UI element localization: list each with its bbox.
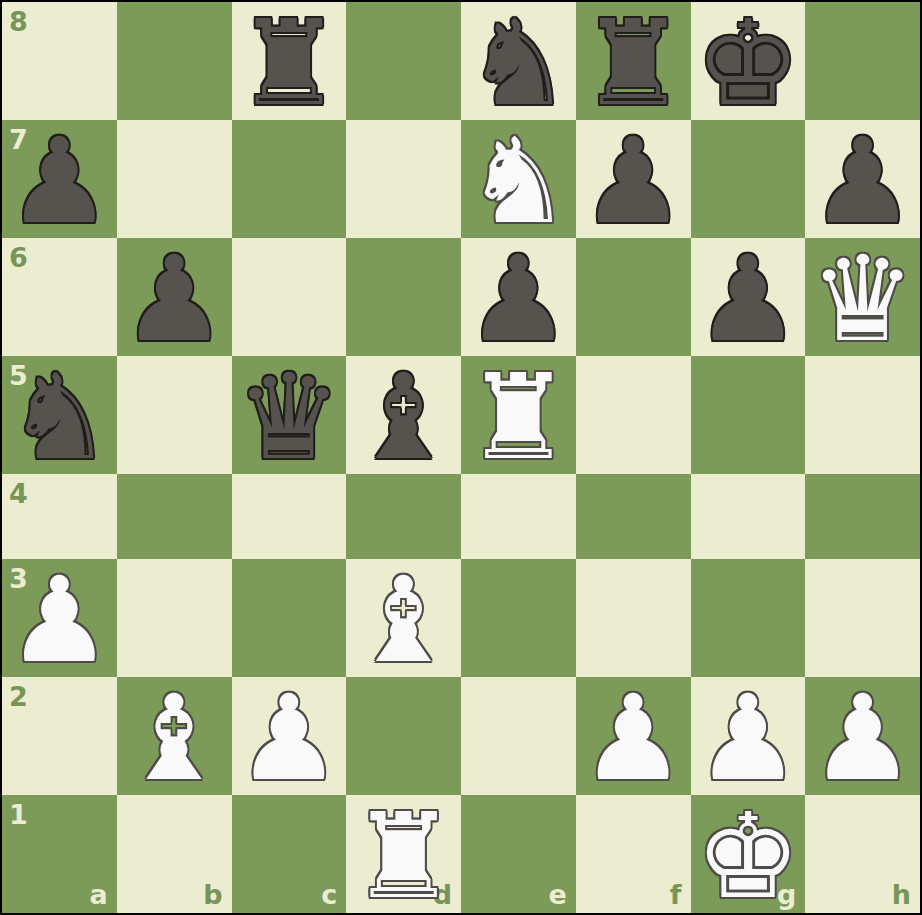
- square-a1[interactable]: 1a: [2, 795, 117, 913]
- file-label-h: h: [892, 881, 911, 908]
- square-f4[interactable]: [576, 474, 691, 559]
- piece-white-knight-e7[interactable]: ♞: [465, 122, 571, 240]
- rank-label-4: 4: [9, 480, 28, 507]
- square-a7[interactable]: 7♟: [2, 120, 117, 238]
- square-f6[interactable]: [576, 238, 691, 356]
- square-e3[interactable]: [461, 559, 576, 677]
- square-h6[interactable]: ♛: [805, 238, 920, 356]
- rank-label-6: 6: [9, 244, 28, 271]
- square-a6[interactable]: 6: [2, 238, 117, 356]
- square-e8[interactable]: ♞: [461, 2, 576, 120]
- square-b2[interactable]: ♝: [117, 677, 232, 795]
- square-b6[interactable]: ♟: [117, 238, 232, 356]
- piece-black-pawn-b6[interactable]: ♟: [121, 240, 227, 358]
- square-g7[interactable]: [691, 120, 806, 238]
- piece-black-pawn-h7[interactable]: ♟: [810, 122, 916, 240]
- piece-white-queen-h6[interactable]: ♛: [810, 240, 916, 358]
- square-g1[interactable]: g♚: [691, 795, 806, 913]
- square-e7[interactable]: ♞: [461, 120, 576, 238]
- piece-white-bishop-b2[interactable]: ♝: [121, 679, 227, 797]
- square-e6[interactable]: ♟: [461, 238, 576, 356]
- square-a8[interactable]: 8: [2, 2, 117, 120]
- square-e4[interactable]: [461, 474, 576, 559]
- piece-black-knight-a5[interactable]: ♞: [6, 358, 112, 476]
- square-g4[interactable]: [691, 474, 806, 559]
- square-e5[interactable]: ♜: [461, 356, 576, 474]
- chess-board: 8♜♞♜♚7♟♞♟♟6♟♟♟♛5♞♛♝♜43♟♝2♝♟♟♟♟1abcd♜efg♚…: [2, 2, 920, 913]
- piece-black-pawn-g6[interactable]: ♟: [695, 240, 801, 358]
- square-d1[interactable]: d♜: [346, 795, 461, 913]
- piece-white-king-g1[interactable]: ♚: [695, 797, 801, 915]
- piece-black-rook-f8[interactable]: ♜: [580, 4, 686, 122]
- file-label-c: c: [321, 881, 337, 908]
- square-g2[interactable]: ♟: [691, 677, 806, 795]
- square-c3[interactable]: [232, 559, 347, 677]
- piece-black-king-g8[interactable]: ♚: [695, 4, 801, 122]
- file-label-b: b: [203, 881, 222, 908]
- rank-label-1: 1: [9, 801, 28, 828]
- piece-white-pawn-f2[interactable]: ♟: [580, 679, 686, 797]
- file-label-e: e: [548, 881, 566, 908]
- square-a4[interactable]: 4: [2, 474, 117, 559]
- square-f8[interactable]: ♜: [576, 2, 691, 120]
- square-c6[interactable]: [232, 238, 347, 356]
- square-h3[interactable]: [805, 559, 920, 677]
- piece-black-queen-c5[interactable]: ♛: [236, 358, 342, 476]
- piece-white-pawn-g2[interactable]: ♟: [695, 679, 801, 797]
- square-e2[interactable]: [461, 677, 576, 795]
- square-c1[interactable]: c: [232, 795, 347, 913]
- piece-white-rook-e5[interactable]: ♜: [465, 358, 571, 476]
- square-h5[interactable]: [805, 356, 920, 474]
- square-d2[interactable]: [346, 677, 461, 795]
- piece-black-pawn-a7[interactable]: ♟: [6, 122, 112, 240]
- square-c5[interactable]: ♛: [232, 356, 347, 474]
- square-g5[interactable]: [691, 356, 806, 474]
- square-e1[interactable]: e: [461, 795, 576, 913]
- chess-board-frame: 8♜♞♜♚7♟♞♟♟6♟♟♟♛5♞♛♝♜43♟♝2♝♟♟♟♟1abcd♜efg♚…: [0, 0, 922, 915]
- square-b3[interactable]: [117, 559, 232, 677]
- square-c4[interactable]: [232, 474, 347, 559]
- square-c2[interactable]: ♟: [232, 677, 347, 795]
- piece-white-rook-d1[interactable]: ♜: [351, 797, 457, 915]
- square-g3[interactable]: [691, 559, 806, 677]
- piece-black-pawn-f7[interactable]: ♟: [580, 122, 686, 240]
- piece-black-bishop-d5[interactable]: ♝: [351, 358, 457, 476]
- square-c8[interactable]: ♜: [232, 2, 347, 120]
- piece-black-knight-e8[interactable]: ♞: [465, 4, 571, 122]
- square-b8[interactable]: [117, 2, 232, 120]
- square-g6[interactable]: ♟: [691, 238, 806, 356]
- square-b7[interactable]: [117, 120, 232, 238]
- piece-white-pawn-c2[interactable]: ♟: [236, 679, 342, 797]
- piece-black-rook-c8[interactable]: ♜: [236, 4, 342, 122]
- square-h4[interactable]: [805, 474, 920, 559]
- piece-black-pawn-e6[interactable]: ♟: [465, 240, 571, 358]
- square-h7[interactable]: ♟: [805, 120, 920, 238]
- square-g8[interactable]: ♚: [691, 2, 806, 120]
- square-d4[interactable]: [346, 474, 461, 559]
- square-b5[interactable]: [117, 356, 232, 474]
- file-label-f: f: [670, 881, 682, 908]
- square-f3[interactable]: [576, 559, 691, 677]
- square-a5[interactable]: 5♞: [2, 356, 117, 474]
- square-d7[interactable]: [346, 120, 461, 238]
- square-a2[interactable]: 2: [2, 677, 117, 795]
- square-a3[interactable]: 3♟: [2, 559, 117, 677]
- square-f5[interactable]: [576, 356, 691, 474]
- square-f1[interactable]: f: [576, 795, 691, 913]
- square-h1[interactable]: h: [805, 795, 920, 913]
- square-h8[interactable]: [805, 2, 920, 120]
- piece-white-bishop-d3[interactable]: ♝: [351, 561, 457, 679]
- rank-label-2: 2: [9, 683, 28, 710]
- file-label-a: a: [90, 881, 108, 908]
- square-f7[interactable]: ♟: [576, 120, 691, 238]
- square-d8[interactable]: [346, 2, 461, 120]
- square-d6[interactable]: [346, 238, 461, 356]
- square-d5[interactable]: ♝: [346, 356, 461, 474]
- square-b4[interactable]: [117, 474, 232, 559]
- square-c7[interactable]: [232, 120, 347, 238]
- square-h2[interactable]: ♟: [805, 677, 920, 795]
- piece-white-pawn-h2[interactable]: ♟: [810, 679, 916, 797]
- rank-label-8: 8: [9, 8, 28, 35]
- piece-white-pawn-a3[interactable]: ♟: [6, 561, 112, 679]
- square-b1[interactable]: b: [117, 795, 232, 913]
- square-d3[interactable]: ♝: [346, 559, 461, 677]
- square-f2[interactable]: ♟: [576, 677, 691, 795]
